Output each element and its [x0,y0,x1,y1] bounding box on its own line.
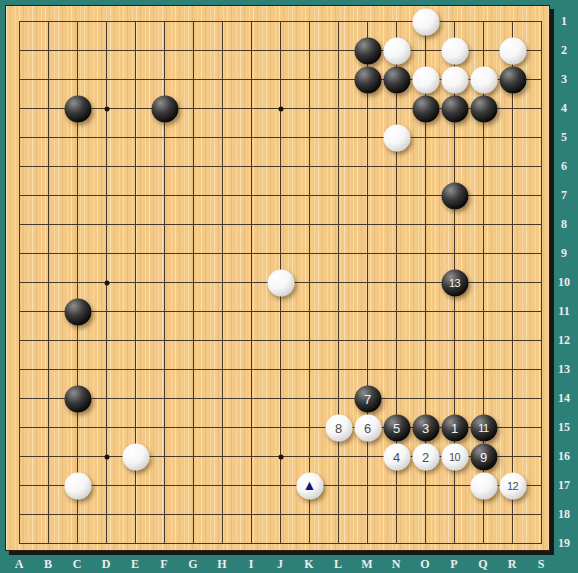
black-stone[interactable] [64,298,91,325]
column-label: M [356,557,378,572]
black-stone[interactable]: 9 [470,443,497,470]
column-label: D [95,557,117,572]
white-stone[interactable]: 8 [325,414,352,441]
white-stone[interactable]: 2 [412,443,439,470]
white-stone[interactable] [64,472,91,499]
row-label: 4 [553,101,575,116]
row-label: 14 [553,391,575,406]
column-label: R [501,557,523,572]
row-label: 1 [553,14,575,29]
star-point [278,106,283,111]
column-label: L [327,557,349,572]
white-stone[interactable] [499,37,526,64]
row-label: 6 [553,159,575,174]
black-stone[interactable]: 1 [441,414,468,441]
row-label: 11 [553,304,575,319]
move-number-label: 1 [451,421,458,434]
black-stone[interactable] [354,66,381,93]
row-label: 15 [553,420,575,435]
star-point [104,280,109,285]
move-number-label: 6 [364,421,371,434]
move-number-label: 7 [364,392,371,405]
white-stone[interactable]: 10 [441,443,468,470]
move-number-label: 12 [507,480,518,491]
move-number-label: 13 [449,277,460,288]
row-label: 3 [553,72,575,87]
column-label: I [240,557,262,572]
column-label: A [8,557,30,572]
grid-line [19,485,542,486]
star-point [104,106,109,111]
black-stone[interactable] [64,385,91,412]
grid-line [512,21,513,544]
white-stone[interactable] [383,37,410,64]
board-overlay: 137531119864210▲12ABCDEFGHIJKLMNOPQRS123… [0,0,578,573]
star-point [104,454,109,459]
triangle-marker-icon: ▲ [303,478,317,492]
white-stone[interactable] [412,8,439,35]
grid-line [541,21,542,544]
black-stone[interactable] [470,95,497,122]
row-label: 19 [553,536,575,551]
star-point [278,454,283,459]
row-label: 10 [553,275,575,290]
row-label: 8 [553,217,575,232]
row-label: 2 [553,43,575,58]
column-label: N [385,557,407,572]
column-label: B [37,557,59,572]
row-label: 16 [553,449,575,464]
grid-line [19,398,542,399]
black-stone[interactable] [412,95,439,122]
white-stone[interactable]: 12 [499,472,526,499]
go-game-frame: 137531119864210▲12ABCDEFGHIJKLMNOPQRS123… [0,0,578,573]
black-stone[interactable]: 13 [441,269,468,296]
white-stone[interactable] [383,124,410,151]
grid-line [19,369,542,370]
white-stone[interactable] [441,37,468,64]
column-label: F [153,557,175,572]
white-stone[interactable] [441,66,468,93]
white-stone[interactable]: 6 [354,414,381,441]
black-stone[interactable] [64,95,91,122]
black-stone[interactable]: 3 [412,414,439,441]
black-stone[interactable] [354,37,381,64]
black-stone[interactable]: 5 [383,414,410,441]
row-label: 12 [553,333,575,348]
row-label: 7 [553,188,575,203]
black-stone[interactable] [151,95,178,122]
row-label: 18 [553,507,575,522]
white-stone[interactable] [470,66,497,93]
column-label: J [269,557,291,572]
column-label: H [211,557,233,572]
row-label: 5 [553,130,575,145]
move-number-label: 11 [478,422,488,433]
move-number-label: 2 [422,450,429,463]
column-label: C [66,557,88,572]
black-stone[interactable] [383,66,410,93]
grid-line [19,543,542,544]
move-number-label: 5 [393,421,400,434]
row-label: 13 [553,362,575,377]
grid-line [19,514,542,515]
column-label: Q [472,557,494,572]
column-label: G [182,557,204,572]
white-stone[interactable] [122,443,149,470]
black-stone[interactable] [441,95,468,122]
white-stone[interactable] [412,66,439,93]
column-label: E [124,557,146,572]
black-stone[interactable]: 7 [354,385,381,412]
move-number-label: 10 [449,451,460,462]
column-label: K [298,557,320,572]
white-stone[interactable] [470,472,497,499]
column-label: S [530,557,552,572]
move-number-label: 9 [480,450,487,463]
move-number-label: 4 [393,450,400,463]
black-stone[interactable] [441,182,468,209]
white-stone[interactable] [267,269,294,296]
row-label: 9 [553,246,575,261]
grid-line [367,21,368,544]
move-number-label: 3 [422,421,429,434]
column-label: P [443,557,465,572]
white-stone[interactable]: ▲ [296,472,323,499]
grid-line [309,21,310,544]
black-stone[interactable]: 11 [470,414,497,441]
white-stone[interactable]: 4 [383,443,410,470]
move-number-label: 8 [335,421,342,434]
row-label: 17 [553,478,575,493]
grid-line [19,340,542,341]
grid-line [19,311,542,312]
grid-line [338,21,339,544]
black-stone[interactable] [499,66,526,93]
column-label: O [414,557,436,572]
